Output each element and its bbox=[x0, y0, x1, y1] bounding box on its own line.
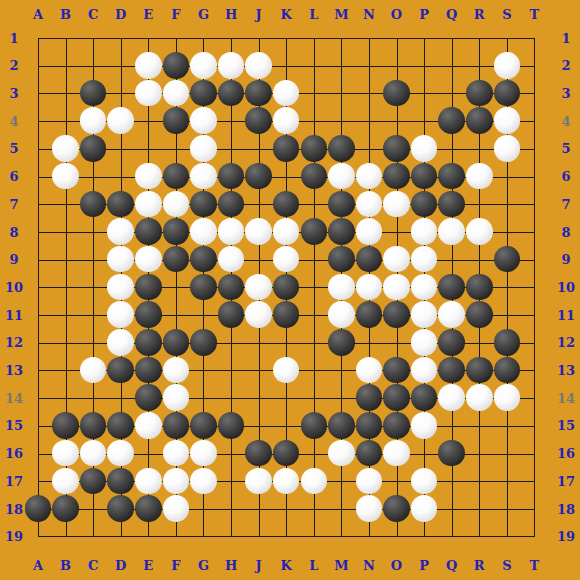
white-stone-R6 bbox=[466, 163, 493, 190]
black-stone-Q12 bbox=[438, 329, 465, 356]
col-label-bottom-E: E bbox=[143, 558, 153, 573]
row-label-left-19: 19 bbox=[5, 529, 23, 544]
row-label-right-15: 15 bbox=[557, 418, 575, 433]
col-label-bottom-R: R bbox=[474, 558, 485, 573]
row-label-right-16: 16 bbox=[557, 446, 575, 461]
white-stone-Q14 bbox=[438, 384, 465, 411]
white-stone-G2 bbox=[190, 52, 217, 79]
row-label-right-7: 7 bbox=[561, 196, 570, 211]
col-label-bottom-P: P bbox=[419, 558, 429, 573]
white-stone-E15 bbox=[135, 412, 162, 439]
white-stone-J17 bbox=[245, 468, 272, 495]
black-stone-O5 bbox=[383, 135, 410, 162]
black-stone-E13 bbox=[135, 357, 162, 384]
col-label-top-S: S bbox=[502, 7, 511, 22]
white-stone-C4 bbox=[80, 107, 107, 134]
black-stone-G12 bbox=[190, 329, 217, 356]
white-stone-M10 bbox=[328, 274, 355, 301]
row-label-right-10: 10 bbox=[557, 279, 575, 294]
white-stone-J10 bbox=[245, 274, 272, 301]
white-stone-B17 bbox=[52, 468, 79, 495]
black-stone-Q6 bbox=[438, 163, 465, 190]
white-stone-D8 bbox=[107, 218, 134, 245]
white-stone-O10 bbox=[383, 274, 410, 301]
row-label-right-5: 5 bbox=[561, 141, 570, 156]
black-stone-Q13 bbox=[438, 357, 465, 384]
black-stone-E11 bbox=[135, 301, 162, 328]
black-stone-O3 bbox=[383, 80, 410, 107]
row-label-right-9: 9 bbox=[561, 252, 570, 267]
col-label-bottom-B: B bbox=[60, 558, 71, 573]
white-stone-M11 bbox=[328, 301, 355, 328]
black-stone-Q16 bbox=[438, 440, 465, 467]
white-stone-H2 bbox=[218, 52, 245, 79]
white-stone-R14 bbox=[466, 384, 493, 411]
col-label-bottom-S: S bbox=[502, 558, 511, 573]
black-stone-O18 bbox=[383, 495, 410, 522]
white-stone-N10 bbox=[356, 274, 383, 301]
col-label-top-G: G bbox=[198, 7, 209, 22]
row-label-right-8: 8 bbox=[561, 224, 570, 239]
col-label-bottom-D: D bbox=[115, 558, 126, 573]
col-label-top-F: F bbox=[171, 7, 180, 22]
col-label-top-B: B bbox=[60, 7, 71, 22]
row-label-left-15: 15 bbox=[5, 418, 23, 433]
white-stone-K8 bbox=[273, 218, 300, 245]
black-stone-E12 bbox=[135, 329, 162, 356]
white-stone-Q8 bbox=[438, 218, 465, 245]
col-label-bottom-G: G bbox=[198, 558, 209, 573]
white-stone-D11 bbox=[107, 301, 134, 328]
white-stone-N17 bbox=[356, 468, 383, 495]
black-stone-O13 bbox=[383, 357, 410, 384]
black-stone-C15 bbox=[80, 412, 107, 439]
white-stone-G8 bbox=[190, 218, 217, 245]
black-stone-O11 bbox=[383, 301, 410, 328]
col-label-top-E: E bbox=[143, 7, 153, 22]
white-stone-E17 bbox=[135, 468, 162, 495]
black-stone-E10 bbox=[135, 274, 162, 301]
row-label-left-10: 10 bbox=[5, 279, 23, 294]
col-label-top-C: C bbox=[88, 7, 98, 22]
row-label-left-13: 13 bbox=[5, 363, 23, 378]
col-label-top-K: K bbox=[281, 7, 292, 22]
row-label-left-17: 17 bbox=[5, 473, 23, 488]
white-stone-O7 bbox=[383, 191, 410, 218]
white-stone-E6 bbox=[135, 163, 162, 190]
black-stone-D18 bbox=[107, 495, 134, 522]
black-stone-G15 bbox=[190, 412, 217, 439]
white-stone-F18 bbox=[163, 495, 190, 522]
black-stone-O6 bbox=[383, 163, 410, 190]
black-stone-D15 bbox=[107, 412, 134, 439]
row-label-left-14: 14 bbox=[5, 390, 23, 405]
black-stone-R3 bbox=[466, 80, 493, 107]
col-label-top-M: M bbox=[334, 7, 348, 22]
black-stone-F12 bbox=[163, 329, 190, 356]
col-label-bottom-M: M bbox=[334, 558, 348, 573]
col-label-bottom-T: T bbox=[530, 558, 540, 573]
black-stone-F15 bbox=[163, 412, 190, 439]
black-stone-H15 bbox=[218, 412, 245, 439]
black-stone-M15 bbox=[328, 412, 355, 439]
black-stone-O14 bbox=[383, 384, 410, 411]
col-label-top-H: H bbox=[225, 7, 237, 22]
white-stone-F14 bbox=[163, 384, 190, 411]
black-stone-O15 bbox=[383, 412, 410, 439]
black-stone-R13 bbox=[466, 357, 493, 384]
row-label-right-18: 18 bbox=[557, 501, 575, 516]
row-label-right-12: 12 bbox=[557, 335, 575, 350]
white-stone-M16 bbox=[328, 440, 355, 467]
col-label-bottom-H: H bbox=[225, 558, 237, 573]
black-stone-G7 bbox=[190, 191, 217, 218]
col-label-bottom-Q: Q bbox=[446, 558, 457, 573]
white-stone-B6 bbox=[52, 163, 79, 190]
row-label-left-8: 8 bbox=[9, 224, 18, 239]
col-label-top-R: R bbox=[474, 7, 485, 22]
row-label-right-11: 11 bbox=[557, 307, 575, 322]
black-stone-Q7 bbox=[438, 191, 465, 218]
black-stone-D7 bbox=[107, 191, 134, 218]
row-label-right-3: 3 bbox=[561, 86, 570, 101]
col-label-top-D: D bbox=[115, 7, 126, 22]
black-stone-L15 bbox=[301, 412, 328, 439]
col-label-bottom-K: K bbox=[281, 558, 292, 573]
black-stone-F8 bbox=[163, 218, 190, 245]
black-stone-P14 bbox=[411, 384, 438, 411]
col-label-top-J: J bbox=[256, 7, 262, 22]
black-stone-K11 bbox=[273, 301, 300, 328]
black-stone-M8 bbox=[328, 218, 355, 245]
black-stone-M5 bbox=[328, 135, 355, 162]
white-stone-M6 bbox=[328, 163, 355, 190]
white-stone-E3 bbox=[135, 80, 162, 107]
go-board-screen: AABBCCDDEEFFGGHHJJKKLLMMNNOOPPQQRRSSTT11… bbox=[0, 0, 580, 580]
black-stone-R11 bbox=[466, 301, 493, 328]
black-stone-C5 bbox=[80, 135, 107, 162]
row-label-left-3: 3 bbox=[9, 86, 18, 101]
col-label-bottom-C: C bbox=[88, 558, 98, 573]
white-stone-D16 bbox=[107, 440, 134, 467]
black-stone-L8 bbox=[301, 218, 328, 245]
col-label-top-O: O bbox=[391, 7, 402, 22]
white-stone-D10 bbox=[107, 274, 134, 301]
white-stone-S5 bbox=[494, 135, 521, 162]
black-stone-K5 bbox=[273, 135, 300, 162]
black-stone-S12 bbox=[494, 329, 521, 356]
black-stone-D17 bbox=[107, 468, 134, 495]
row-label-left-1: 1 bbox=[9, 30, 18, 45]
white-stone-E7 bbox=[135, 191, 162, 218]
black-stone-J6 bbox=[245, 163, 272, 190]
col-label-bottom-A: A bbox=[33, 558, 43, 573]
col-label-bottom-J: J bbox=[256, 558, 262, 573]
row-label-left-6: 6 bbox=[9, 169, 18, 184]
white-stone-D12 bbox=[107, 329, 134, 356]
row-label-left-9: 9 bbox=[9, 252, 18, 267]
row-label-left-5: 5 bbox=[9, 141, 18, 156]
white-stone-P8 bbox=[411, 218, 438, 245]
row-label-right-14: 14 bbox=[557, 390, 575, 405]
black-stone-R10 bbox=[466, 274, 493, 301]
col-label-top-T: T bbox=[530, 7, 540, 22]
row-label-right-17: 17 bbox=[557, 473, 575, 488]
white-stone-J2 bbox=[245, 52, 272, 79]
white-stone-S4 bbox=[494, 107, 521, 134]
col-label-bottom-N: N bbox=[363, 558, 375, 573]
row-label-left-4: 4 bbox=[9, 113, 18, 128]
row-label-left-11: 11 bbox=[5, 307, 23, 322]
col-label-top-Q: Q bbox=[446, 7, 457, 22]
row-label-left-2: 2 bbox=[9, 58, 18, 73]
black-stone-H7 bbox=[218, 191, 245, 218]
white-stone-E2 bbox=[135, 52, 162, 79]
black-stone-Q10 bbox=[438, 274, 465, 301]
white-stone-L17 bbox=[301, 468, 328, 495]
white-stone-G5 bbox=[190, 135, 217, 162]
black-stone-B15 bbox=[52, 412, 79, 439]
black-stone-E8 bbox=[135, 218, 162, 245]
white-stone-F7 bbox=[163, 191, 190, 218]
white-stone-P11 bbox=[411, 301, 438, 328]
white-stone-B5 bbox=[52, 135, 79, 162]
black-stone-L5 bbox=[301, 135, 328, 162]
col-label-top-P: P bbox=[419, 7, 429, 22]
col-label-top-N: N bbox=[363, 7, 375, 22]
black-stone-J16 bbox=[245, 440, 272, 467]
white-stone-Q11 bbox=[438, 301, 465, 328]
row-label-right-19: 19 bbox=[557, 529, 575, 544]
black-stone-G9 bbox=[190, 246, 217, 273]
row-label-left-12: 12 bbox=[5, 335, 23, 350]
row-label-right-4: 4 bbox=[561, 113, 570, 128]
white-stone-G4 bbox=[190, 107, 217, 134]
black-stone-B18 bbox=[52, 495, 79, 522]
white-stone-N7 bbox=[356, 191, 383, 218]
black-stone-A18 bbox=[25, 495, 52, 522]
black-stone-N11 bbox=[356, 301, 383, 328]
black-stone-G10 bbox=[190, 274, 217, 301]
white-stone-E9 bbox=[135, 246, 162, 273]
black-stone-E14 bbox=[135, 384, 162, 411]
row-label-right-2: 2 bbox=[561, 58, 570, 73]
black-stone-R4 bbox=[466, 107, 493, 134]
black-stone-J3 bbox=[245, 80, 272, 107]
black-stone-F4 bbox=[163, 107, 190, 134]
white-stone-B16 bbox=[52, 440, 79, 467]
white-stone-P12 bbox=[411, 329, 438, 356]
col-label-bottom-F: F bbox=[171, 558, 180, 573]
white-stone-S14 bbox=[494, 384, 521, 411]
white-stone-S2 bbox=[494, 52, 521, 79]
row-label-left-18: 18 bbox=[5, 501, 23, 516]
black-stone-H11 bbox=[218, 301, 245, 328]
white-stone-F17 bbox=[163, 468, 190, 495]
white-stone-N18 bbox=[356, 495, 383, 522]
black-stone-M7 bbox=[328, 191, 355, 218]
white-stone-N8 bbox=[356, 218, 383, 245]
white-stone-G6 bbox=[190, 163, 217, 190]
col-label-bottom-O: O bbox=[391, 558, 402, 573]
white-stone-O9 bbox=[383, 246, 410, 273]
white-stone-R8 bbox=[466, 218, 493, 245]
black-stone-F2 bbox=[163, 52, 190, 79]
row-label-right-6: 6 bbox=[561, 169, 570, 184]
black-stone-D13 bbox=[107, 357, 134, 384]
black-stone-M12 bbox=[328, 329, 355, 356]
white-stone-P15 bbox=[411, 412, 438, 439]
white-stone-P18 bbox=[411, 495, 438, 522]
black-stone-J4 bbox=[245, 107, 272, 134]
white-stone-P5 bbox=[411, 135, 438, 162]
col-label-top-A: A bbox=[33, 7, 43, 22]
col-label-top-L: L bbox=[309, 7, 318, 22]
white-stone-O16 bbox=[383, 440, 410, 467]
black-stone-E18 bbox=[135, 495, 162, 522]
white-stone-D4 bbox=[107, 107, 134, 134]
black-stone-Q4 bbox=[438, 107, 465, 134]
black-stone-M9 bbox=[328, 246, 355, 273]
row-label-left-7: 7 bbox=[9, 196, 18, 211]
black-stone-N14 bbox=[356, 384, 383, 411]
white-stone-H8 bbox=[218, 218, 245, 245]
row-label-right-13: 13 bbox=[557, 363, 575, 378]
white-stone-G17 bbox=[190, 468, 217, 495]
row-label-left-16: 16 bbox=[5, 446, 23, 461]
white-stone-J11 bbox=[245, 301, 272, 328]
black-stone-N15 bbox=[356, 412, 383, 439]
white-stone-J8 bbox=[245, 218, 272, 245]
col-label-bottom-L: L bbox=[309, 558, 318, 573]
black-stone-G3 bbox=[190, 80, 217, 107]
row-label-right-1: 1 bbox=[561, 30, 570, 45]
white-stone-G16 bbox=[190, 440, 217, 467]
